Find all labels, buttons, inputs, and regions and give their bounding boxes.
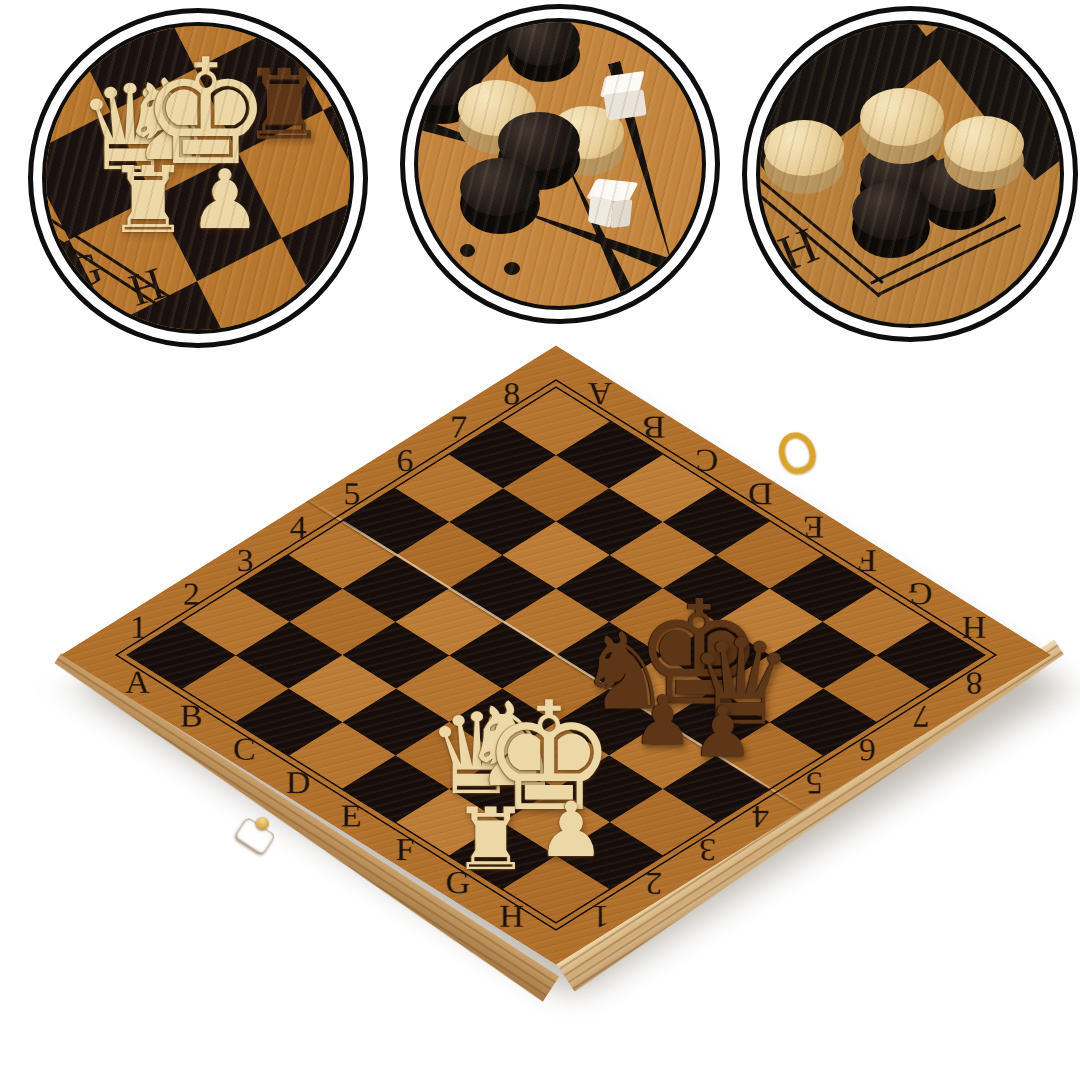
file-label-bottom-c: C xyxy=(233,734,256,766)
inset-dark-rook-icon: ♜ xyxy=(241,57,327,153)
file-label-bottom-e: E xyxy=(341,800,362,832)
file-label-top-h: H xyxy=(962,611,987,643)
die-2 xyxy=(588,178,635,228)
rank-label-right-4: 4 xyxy=(752,800,769,832)
brass-latch-icon xyxy=(234,817,276,856)
inset-light-rook-icon: ♜ xyxy=(107,155,189,247)
black-checker xyxy=(460,158,540,234)
inset-backgammon-closeup xyxy=(400,4,720,324)
inset-checkers-scene: H xyxy=(756,20,1064,328)
black-checker xyxy=(508,18,580,82)
rank-label-left-8: 8 xyxy=(503,378,520,410)
file-label-top-c: C xyxy=(696,444,719,476)
rank-label-left-5: 5 xyxy=(343,478,360,510)
inset-chess-scene: G H ♛♞♚♜♟♜ xyxy=(42,22,354,334)
file-label-bottom-f: F xyxy=(395,834,414,866)
rank-label-right-7: 7 xyxy=(912,700,929,732)
board-face: AABBCCDDEEFFGGHH8877665544332211 xyxy=(61,346,1051,965)
board-dot xyxy=(460,244,475,257)
file-label-top-b: B xyxy=(642,411,665,443)
inset-light-pawn-icon: ♟ xyxy=(188,159,262,241)
inset-backgammon-scene xyxy=(414,18,706,310)
die-2-right xyxy=(610,200,632,229)
light-checker xyxy=(944,116,1024,190)
rank-label-left-7: 7 xyxy=(450,411,467,443)
file-label-top-e: E xyxy=(804,511,825,543)
rank-label-right-5: 5 xyxy=(805,767,822,799)
file-label-top-g: G xyxy=(908,578,933,610)
file-label-bottom-b: B xyxy=(180,700,203,732)
rank-label-left-2: 2 xyxy=(183,578,200,610)
brass-hook-icon xyxy=(773,427,820,478)
rank-label-left-6: 6 xyxy=(396,444,413,476)
rank-label-right-2: 2 xyxy=(645,867,662,899)
file-label-bottom-d: D xyxy=(286,767,311,799)
file-label-top-a: A xyxy=(588,378,613,410)
black-checker xyxy=(852,182,930,258)
rank-label-left-1: 1 xyxy=(129,611,146,643)
rank-label-right-6: 6 xyxy=(859,734,876,766)
rank-label-right-8: 8 xyxy=(966,667,983,699)
die-2-left xyxy=(588,196,613,228)
die-1 xyxy=(601,71,647,120)
rank-label-right-1: 1 xyxy=(592,900,609,932)
rank-label-left-3: 3 xyxy=(236,545,253,577)
light-checker xyxy=(764,120,844,194)
file-label-bottom-g: G xyxy=(446,867,471,899)
light-checker xyxy=(860,88,944,164)
inset-chess-closeup: G H ♛♞♚♜♟♜ xyxy=(28,8,368,348)
rank-label-right-3: 3 xyxy=(699,834,716,866)
rank-label-left-4: 4 xyxy=(290,511,307,543)
file-label-top-f: F xyxy=(858,545,877,577)
file-label-bottom-h: H xyxy=(499,900,524,932)
die-1-front xyxy=(604,90,647,121)
inset-checkers-closeup: H xyxy=(742,6,1078,342)
file-label-bottom-a: A xyxy=(126,667,151,699)
board-dot xyxy=(504,262,520,275)
file-label-top-d: D xyxy=(748,478,773,510)
chess-board: AABBCCDDEEFFGGHH8877665544332211 xyxy=(61,346,1051,965)
